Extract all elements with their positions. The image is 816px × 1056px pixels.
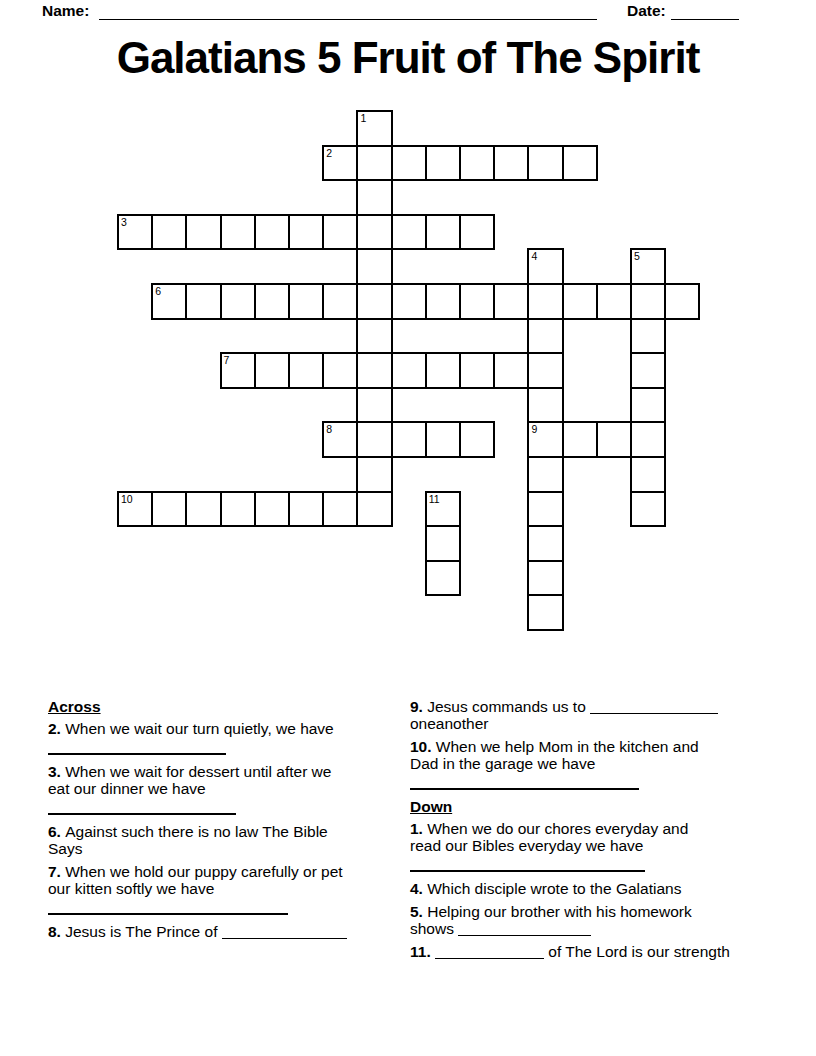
grid-cell-r5c6[interactable] xyxy=(322,283,358,320)
grid-cell-r11c6[interactable] xyxy=(322,491,358,528)
grid-cell-r0c7[interactable]: 1 xyxy=(356,110,392,147)
grid-cell-r5c13[interactable] xyxy=(562,283,598,320)
grid-cell-r5c1[interactable]: 6 xyxy=(151,283,187,320)
grid-cell-r12c9[interactable] xyxy=(425,525,461,562)
page-title: Galatians 5 Fruit of The Spirit xyxy=(0,33,816,83)
grid-cell-r7c10[interactable] xyxy=(459,352,495,389)
clue-across-3: 3. When we wait for dessert until after … xyxy=(48,763,400,797)
grid-cell-r11c2[interactable] xyxy=(185,491,221,528)
cell-number: 5 xyxy=(634,251,640,262)
grid-cell-r5c4[interactable] xyxy=(254,283,290,320)
answer-blank-line[interactable] xyxy=(48,803,236,815)
cell-number: 6 xyxy=(155,286,161,297)
grid-cell-r1c10[interactable] xyxy=(459,145,495,182)
grid-cell-r10c12[interactable] xyxy=(527,456,563,493)
grid-cell-r4c12[interactable]: 4 xyxy=(527,248,563,285)
grid-cell-r11c12[interactable] xyxy=(527,491,563,528)
answer-blank[interactable] xyxy=(435,946,544,959)
grid-cell-r7c8[interactable] xyxy=(391,352,427,389)
cell-number: 3 xyxy=(121,217,127,228)
grid-cell-r11c1[interactable] xyxy=(151,491,187,528)
grid-cell-r5c16[interactable] xyxy=(664,283,700,320)
grid-cell-r7c3[interactable]: 7 xyxy=(220,352,256,389)
grid-cell-r6c15[interactable] xyxy=(630,318,666,355)
clue-number: 9. xyxy=(410,698,427,715)
clue-across-2: 2. When we wait our turn quietly, we hav… xyxy=(48,720,400,737)
grid-cell-r3c1[interactable] xyxy=(151,214,187,251)
date-input-line[interactable] xyxy=(671,0,739,20)
clue-down-11: 11. of The Lord is our strength xyxy=(410,943,778,960)
grid-cell-r1c6[interactable]: 2 xyxy=(322,145,358,182)
grid-cell-r1c12[interactable] xyxy=(527,145,563,182)
grid-cell-r3c10[interactable] xyxy=(459,214,495,251)
clue-number: 2. xyxy=(48,720,65,737)
grid-cell-r9c6[interactable]: 8 xyxy=(322,421,358,458)
cell-number: 4 xyxy=(531,251,537,262)
grid-cell-r11c0[interactable]: 10 xyxy=(117,491,153,528)
grid-cell-r9c15[interactable] xyxy=(630,421,666,458)
grid-cell-r11c3[interactable] xyxy=(220,491,256,528)
grid-cell-r7c5[interactable] xyxy=(288,352,324,389)
grid-cell-r13c9[interactable] xyxy=(425,560,461,597)
cell-number: 8 xyxy=(326,424,332,435)
grid-cell-r9c7[interactable] xyxy=(356,421,392,458)
name-label: Name: xyxy=(42,2,89,20)
clues-left-column: Across2. When we wait our turn quietly, … xyxy=(48,698,400,946)
grid-cell-r10c15[interactable] xyxy=(630,456,666,493)
grid-cell-r7c6[interactable] xyxy=(322,352,358,389)
grid-cell-r3c7[interactable] xyxy=(356,214,392,251)
grid-cell-r3c5[interactable] xyxy=(288,214,324,251)
cell-number: 1 xyxy=(360,113,366,124)
grid-cell-r6c7[interactable] xyxy=(356,318,392,355)
cell-number: 2 xyxy=(326,148,332,159)
crossword-grid: 1234567891011 xyxy=(117,110,701,632)
clue-across-6: 6. Against such there is no law The Bibl… xyxy=(48,823,400,857)
grid-cell-r1c9[interactable] xyxy=(425,145,461,182)
cell-number: 9 xyxy=(531,424,537,435)
clue-across-9: 9. Jesus commands us to oneanother xyxy=(410,698,778,732)
grid-cell-r9c14[interactable] xyxy=(596,421,632,458)
grid-cell-r13c12[interactable] xyxy=(527,560,563,597)
grid-cell-r1c13[interactable] xyxy=(562,145,598,182)
grid-cell-r3c9[interactable] xyxy=(425,214,461,251)
grid-cell-r3c2[interactable] xyxy=(185,214,221,251)
grid-cell-r8c7[interactable] xyxy=(356,387,392,424)
clue-number: 10. xyxy=(410,738,436,755)
clue-number: 5. xyxy=(410,903,427,920)
grid-cell-r7c4[interactable] xyxy=(254,352,290,389)
across-heading: Across xyxy=(48,698,400,715)
grid-cell-r5c11[interactable] xyxy=(493,283,529,320)
clue-number: 11. xyxy=(410,943,435,960)
grid-cell-r9c8[interactable] xyxy=(391,421,427,458)
grid-cell-r11c9[interactable]: 11 xyxy=(425,491,461,528)
cell-number: 11 xyxy=(429,494,440,505)
answer-blank-line[interactable] xyxy=(410,860,645,872)
grid-cell-r5c5[interactable] xyxy=(288,283,324,320)
grid-cell-r9c12[interactable]: 9 xyxy=(527,421,563,458)
grid-cell-r11c7[interactable] xyxy=(356,491,392,528)
clue-number: 1. xyxy=(410,820,427,837)
down-heading: Down xyxy=(410,798,778,815)
grid-cell-r9c10[interactable] xyxy=(459,421,495,458)
cell-number: 10 xyxy=(121,494,133,505)
clue-down-5: 5. Helping our brother with his homework… xyxy=(410,903,778,937)
answer-blank[interactable] xyxy=(222,926,347,939)
clue-across-10: 10. When we help Mom in the kitchen and … xyxy=(410,738,778,772)
grid-cell-r5c12[interactable] xyxy=(527,283,563,320)
grid-cell-r3c6[interactable] xyxy=(322,214,358,251)
clue-across-8: 8. Jesus is The Prince of xyxy=(48,923,400,940)
clue-number: 4. xyxy=(410,880,427,897)
grid-cell-r7c15[interactable] xyxy=(630,352,666,389)
grid-cell-r4c7[interactable] xyxy=(356,248,392,285)
grid-cell-r7c7[interactable] xyxy=(356,352,392,389)
date-label: Date: xyxy=(627,2,666,20)
clue-number: 6. xyxy=(48,823,65,840)
grid-cell-r5c3[interactable] xyxy=(220,283,256,320)
grid-cell-r5c10[interactable] xyxy=(459,283,495,320)
name-input-line[interactable] xyxy=(99,0,597,20)
grid-cell-r9c13[interactable] xyxy=(562,421,598,458)
grid-cell-r3c3[interactable] xyxy=(220,214,256,251)
grid-cell-r1c8[interactable] xyxy=(391,145,427,182)
grid-cell-r5c2[interactable] xyxy=(185,283,221,320)
clue-down-4: 4. Which disciple wrote to the Galatians xyxy=(410,880,778,897)
clue-across-7: 7. When we hold our puppy carefully or p… xyxy=(48,863,400,897)
grid-cell-r14c12[interactable] xyxy=(527,594,563,631)
grid-cell-r3c8[interactable] xyxy=(391,214,427,251)
grid-cell-r5c9[interactable] xyxy=(425,283,461,320)
answer-blank[interactable] xyxy=(590,701,718,714)
grid-cell-r7c11[interactable] xyxy=(493,352,529,389)
clue-number: 3. xyxy=(48,763,65,780)
grid-cell-r7c12[interactable] xyxy=(527,352,563,389)
answer-blank-line[interactable] xyxy=(410,778,639,790)
grid-cell-r11c15[interactable] xyxy=(630,491,666,528)
grid-cell-r9c9[interactable] xyxy=(425,421,461,458)
grid-cell-r10c7[interactable] xyxy=(356,456,392,493)
grid-cell-r11c4[interactable] xyxy=(254,491,290,528)
grid-cell-r8c12[interactable] xyxy=(527,387,563,424)
grid-cell-r3c4[interactable] xyxy=(254,214,290,251)
grid-cell-r3c0[interactable]: 3 xyxy=(117,214,153,251)
clue-number: 8. xyxy=(48,923,65,940)
answer-blank[interactable] xyxy=(458,923,591,936)
cell-number: 7 xyxy=(224,355,230,366)
grid-cell-r5c15[interactable] xyxy=(630,283,666,320)
grid-cell-r6c12[interactable] xyxy=(527,318,563,355)
worksheet-page: Name: Date: Galatians 5 Fruit of The Spi… xyxy=(0,0,816,1056)
grid-cell-r1c11[interactable] xyxy=(493,145,529,182)
answer-blank-line[interactable] xyxy=(48,743,226,755)
grid-cell-r1c7[interactable] xyxy=(356,145,392,182)
grid-cell-r5c14[interactable] xyxy=(596,283,632,320)
grid-cell-r12c12[interactable] xyxy=(527,525,563,562)
grid-cell-r5c7[interactable] xyxy=(356,283,392,320)
grid-cell-r2c7[interactable] xyxy=(356,179,392,216)
clues-right-column: 9. Jesus commands us to oneanother10. Wh… xyxy=(410,698,778,966)
grid-cell-r5c8[interactable] xyxy=(391,283,427,320)
answer-blank-line[interactable] xyxy=(48,903,288,915)
clue-number: 7. xyxy=(48,863,65,880)
grid-cell-r4c15[interactable]: 5 xyxy=(630,248,666,285)
clue-down-1: 1. When we do our chores everyday and re… xyxy=(410,820,778,854)
grid-cell-r7c9[interactable] xyxy=(425,352,461,389)
grid-cell-r11c5[interactable] xyxy=(288,491,324,528)
grid-cell-r8c15[interactable] xyxy=(630,387,666,424)
